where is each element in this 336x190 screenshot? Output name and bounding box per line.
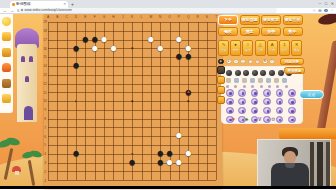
special-sticker[interactable]: ♥ xyxy=(232,117,235,122)
emoji-face[interactable] xyxy=(252,70,258,76)
row-label: 15 xyxy=(43,55,48,59)
close-icon[interactable]: ✕ xyxy=(331,1,334,6)
grid-line xyxy=(207,22,208,180)
tool-icon: ✕ xyxy=(295,43,299,47)
grid-line xyxy=(198,22,199,180)
sidebar-button-课堂鲜花[interactable]: 课堂鲜花 xyxy=(261,15,281,25)
white-stone: ● xyxy=(109,44,118,53)
go-board[interactable]: A19B18C17D16E15F14G13H12J11K10L9M8N7O6P5… xyxy=(44,14,222,190)
favicon-icon xyxy=(12,3,15,6)
special-sticker[interactable]: ⚙ xyxy=(271,117,275,122)
white-stone: ● xyxy=(184,149,193,158)
avatar-sticker[interactable] xyxy=(276,89,284,97)
col-label: N xyxy=(157,15,163,19)
row-label: 4 xyxy=(43,152,48,156)
castle-window xyxy=(21,56,25,62)
avatar-sticker[interactable] xyxy=(263,98,271,106)
col-label: Q xyxy=(185,15,191,19)
emoji-item[interactable] xyxy=(234,78,239,83)
tool-icon: ● xyxy=(234,43,237,47)
emoji-tab-4[interactable] xyxy=(217,96,225,104)
right-palm-leaves xyxy=(317,14,336,26)
grid-line xyxy=(48,180,216,181)
stone-option[interactable]: ○ xyxy=(233,59,239,65)
row-label: 7 xyxy=(43,126,48,130)
col-label: G xyxy=(101,15,107,19)
dark-emoji-row xyxy=(226,70,292,76)
avatar-sticker[interactable] xyxy=(226,98,234,106)
item-emoji-row xyxy=(226,78,287,83)
grid-line xyxy=(48,127,216,128)
letterbox-bar xyxy=(0,186,336,190)
row-label: 13 xyxy=(43,73,48,77)
white-stone: ● xyxy=(165,158,174,167)
avatar-sticker[interactable] xyxy=(263,116,271,124)
emoji-face[interactable] xyxy=(260,70,266,76)
tool-icon: 1 xyxy=(283,43,285,47)
row-label: 2 xyxy=(43,170,48,174)
avatar-sticker[interactable] xyxy=(276,116,284,124)
emoji-face[interactable] xyxy=(278,70,284,76)
black-stone: ● xyxy=(71,61,80,70)
emoji-tab-3[interactable] xyxy=(217,86,225,94)
black-stone: ● xyxy=(127,158,136,167)
selected-stone-indicator[interactable]: ● xyxy=(218,59,224,65)
castle-window xyxy=(25,76,29,82)
extensions-icon[interactable]: ⊞ xyxy=(318,8,321,13)
black-stone: ● xyxy=(155,158,164,167)
stone-option[interactable]: ● xyxy=(226,59,232,65)
emoji-tiny[interactable] xyxy=(226,85,229,88)
grid-line xyxy=(48,136,216,137)
row-label: 11 xyxy=(43,91,48,95)
col-label: R xyxy=(195,15,201,19)
sidebar-button-课堂答题[interactable]: 课堂答题 xyxy=(240,15,260,25)
forward-icon[interactable]: → xyxy=(10,8,14,13)
avatar-sticker[interactable] xyxy=(251,89,259,97)
avatar-sticker[interactable] xyxy=(238,89,246,97)
sidebar-button-下子[interactable]: 下子 xyxy=(218,15,238,25)
avatar-sticker[interactable] xyxy=(288,98,296,106)
tool-button-三角[interactable]: △三角 xyxy=(255,40,266,56)
col-label: D xyxy=(73,15,79,19)
window-frame xyxy=(310,142,314,188)
profile-avatar[interactable] xyxy=(324,9,327,12)
avatar-sticker[interactable] xyxy=(226,107,234,115)
new-tab-button[interactable]: + xyxy=(71,1,74,7)
emoji-tiny[interactable] xyxy=(251,85,254,88)
left-rail xyxy=(0,14,13,113)
col-label: A xyxy=(45,15,51,19)
white-stone: ● xyxy=(174,158,183,167)
emoji-face[interactable] xyxy=(226,70,232,76)
emoji-face[interactable] xyxy=(235,70,241,76)
grid-line xyxy=(142,22,143,180)
last-move-marker: ▲ xyxy=(186,90,191,95)
black-stone: ● xyxy=(71,44,80,53)
emoji-face[interactable] xyxy=(269,70,275,76)
grid-line xyxy=(48,110,216,111)
col-label: E xyxy=(82,15,88,19)
white-stone: ● xyxy=(90,44,99,53)
row-label: 3 xyxy=(43,161,48,165)
tool-button-黑子[interactable]: ●黑子 xyxy=(230,40,241,56)
row-label: 16 xyxy=(43,47,48,51)
tool-label: 画笔 xyxy=(221,49,227,52)
black-stone: ● xyxy=(81,35,90,44)
emoji-item[interactable] xyxy=(226,78,231,83)
emoji-tiny[interactable] xyxy=(285,85,288,88)
row-label: 1 xyxy=(43,179,48,183)
special-sticker[interactable]: V xyxy=(258,117,261,122)
sidebar-button-形势[interactable]: 形势 xyxy=(261,27,281,36)
emoji-item[interactable] xyxy=(242,78,247,83)
row-label: 8 xyxy=(43,117,48,121)
emoji-tab-2[interactable] xyxy=(217,76,225,84)
avatar-sticker[interactable] xyxy=(251,98,259,106)
avatar-sticker[interactable] xyxy=(226,89,234,97)
tool-label: 三角 xyxy=(257,49,263,52)
tiny-emoji-row xyxy=(226,85,288,88)
castle-door xyxy=(24,106,33,120)
window-frame xyxy=(326,142,330,188)
window-controls: ─ □ ✕ xyxy=(318,1,334,6)
tool-button-画笔[interactable]: ✎画笔 xyxy=(218,40,229,56)
coin-icon[interactable] xyxy=(2,94,11,103)
row-label: 6 xyxy=(43,135,48,139)
emoji-item[interactable] xyxy=(274,78,279,83)
browser-toolbar: ← → ↻ www.xinbo.com/weiqi/classroom ☆ ⊞ … xyxy=(0,8,336,14)
emoji-tab-1[interactable] xyxy=(217,66,225,74)
emoji-item[interactable] xyxy=(258,78,263,83)
row-label: 5 xyxy=(43,143,48,147)
minimize-icon[interactable]: ─ xyxy=(318,1,321,6)
browser-actions: ☆ ⊞ ⋮ xyxy=(312,8,334,14)
col-label: C xyxy=(64,15,70,19)
tab-title: 新博围棋 xyxy=(16,2,62,6)
row-label: 12 xyxy=(43,82,48,86)
row-label: 19 xyxy=(43,20,48,24)
white-stone: ● xyxy=(146,35,155,44)
tool-button-擦除[interactable]: ✕擦除 xyxy=(291,40,302,56)
grid-line xyxy=(48,119,216,120)
emoji-tiny[interactable] xyxy=(260,85,263,88)
bookmark-star-icon[interactable]: ☆ xyxy=(312,8,316,13)
avatar-sticker[interactable] xyxy=(276,98,284,106)
sidebar-button-课堂互动[interactable]: 课堂互动 xyxy=(283,15,303,25)
back-icon[interactable]: ← xyxy=(3,8,7,13)
webcam-header xyxy=(279,128,336,139)
torch-icon[interactable] xyxy=(2,63,11,72)
special-sticker[interactable]: ♣ xyxy=(245,117,248,122)
tool-button-字母[interactable]: A字母 xyxy=(267,40,278,56)
tool-label: 数字 xyxy=(282,49,288,52)
avatar-sticker[interactable] xyxy=(288,107,296,115)
white-stone: ● xyxy=(99,35,108,44)
emoji-item[interactable] xyxy=(250,78,255,83)
white-stone: ● xyxy=(184,44,193,53)
avatar-sticker[interactable] xyxy=(238,98,246,106)
stone-option[interactable]: 1 xyxy=(269,59,275,65)
emoji-tiny[interactable] xyxy=(276,85,279,88)
col-label: K xyxy=(129,15,135,19)
stone-option[interactable]: △ xyxy=(240,59,246,65)
col-label: B xyxy=(54,15,60,19)
row-label: 9 xyxy=(43,108,48,112)
tool-icon: ✎ xyxy=(222,43,226,47)
maximize-icon[interactable]: □ xyxy=(325,1,327,6)
black-stone: ● xyxy=(71,149,80,158)
send-button[interactable]: 发送 xyxy=(299,90,324,99)
tool-button-白子[interactable]: ○白子 xyxy=(242,40,253,56)
address-bar[interactable]: www.xinbo.com/weiqi/classroom xyxy=(19,8,277,12)
tool-label: 白子 xyxy=(245,49,251,52)
emoji-panel: ♥♣V⚙ xyxy=(221,66,303,124)
sidebar-button-数子[interactable]: 数子 xyxy=(283,27,303,36)
col-label: M xyxy=(148,15,154,19)
col-label: H xyxy=(110,15,116,19)
white-stone: ● xyxy=(174,132,183,141)
emoji-tiny[interactable] xyxy=(243,85,246,88)
mushroom-stem xyxy=(15,171,19,175)
webcam-video xyxy=(257,139,331,189)
browser-tabbar: 新博围棋 ✕ + ─ □ ✕ xyxy=(0,0,336,8)
row-label: 10 xyxy=(43,99,48,103)
lock-icon xyxy=(21,9,23,11)
col-label: J xyxy=(120,15,126,19)
sidebar-button-清盘[interactable]: 清盘 xyxy=(240,27,260,36)
basket-icon[interactable] xyxy=(2,79,11,88)
medal-icon[interactable] xyxy=(2,32,11,41)
emoji-tiny[interactable] xyxy=(234,85,237,88)
col-label: O xyxy=(167,15,173,19)
white-stone: ● xyxy=(174,35,183,44)
stone-option[interactable]: A xyxy=(262,59,268,65)
row-label: 14 xyxy=(43,64,48,68)
white-stone: ● xyxy=(155,44,164,53)
row-label: 18 xyxy=(43,29,48,33)
tool-label: 字母 xyxy=(269,49,275,52)
window-frame xyxy=(317,142,323,188)
avatar-sticker[interactable] xyxy=(288,116,296,124)
grid-line xyxy=(48,171,216,172)
black-stone: ● xyxy=(174,52,183,61)
avatar-sticker[interactable] xyxy=(288,89,296,97)
emoji-face[interactable] xyxy=(243,70,249,76)
tab-close-icon[interactable]: ✕ xyxy=(63,2,66,6)
col-label: F xyxy=(92,15,98,19)
tool-icon: △ xyxy=(258,43,261,47)
push-board-button[interactable]: 推送棋盘 xyxy=(284,67,305,74)
megaphone-icon[interactable] xyxy=(2,17,11,26)
url-text: www.xinbo.com/weiqi/classroom xyxy=(25,8,72,12)
avatar-sticker[interactable] xyxy=(251,107,259,115)
tool-icon: A xyxy=(271,43,274,47)
app-window: 新博围棋 ✕ + ─ □ ✕ ← → ↻ www.xinbo.com/weiqi… xyxy=(0,0,336,189)
avatar-sticker[interactable] xyxy=(263,89,271,97)
tool-icon: ○ xyxy=(247,43,250,47)
avatar-sticker[interactable] xyxy=(238,107,246,115)
tool-label: 黑子 xyxy=(233,49,239,52)
black-stone: ●▲ xyxy=(184,88,193,97)
tool-label: 擦除 xyxy=(294,49,300,52)
emoji-item[interactable] xyxy=(266,78,271,83)
col-label: S xyxy=(204,15,210,19)
message-log-button[interactable]: 消息记录 xyxy=(280,58,304,65)
avatar-sticker[interactable] xyxy=(263,107,271,115)
sidebar-button-悔棋[interactable]: 悔棋 xyxy=(218,27,238,36)
emoji-item[interactable] xyxy=(282,78,287,83)
castle-icon[interactable] xyxy=(2,48,11,57)
avatar-sticker[interactable] xyxy=(276,107,284,115)
col-label: P xyxy=(176,15,182,19)
row-label: 17 xyxy=(43,38,48,42)
emoji-tiny[interactable] xyxy=(268,85,271,88)
col-label: L xyxy=(139,15,145,19)
tool-button-数字[interactable]: 1数字 xyxy=(279,40,290,56)
castle-window xyxy=(29,56,33,62)
menu-icon[interactable]: ⋮ xyxy=(330,8,334,13)
